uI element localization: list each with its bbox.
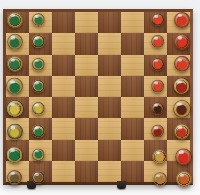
- piece-green-B[interactable]: ●: [7, 123, 23, 139]
- square-c8r2[interactable]: ●: [167, 33, 190, 54]
- chess-board: ●●●●●●●●●●●●●●●●●●●●●●●●●●●●●●●●: [3, 9, 193, 185]
- piece-red-P[interactable]: ●: [151, 35, 164, 48]
- square-c3r4[interactable]: [52, 76, 75, 97]
- square-c3r5[interactable]: [52, 97, 75, 118]
- piece-red-K[interactable]: ●: [173, 99, 191, 117]
- square-c5r2[interactable]: [98, 33, 121, 54]
- piece-green-P[interactable]: ●: [32, 79, 45, 92]
- square-c3r8[interactable]: [52, 161, 75, 182]
- square-c3r2[interactable]: [52, 33, 75, 54]
- square-c6r7[interactable]: [121, 140, 144, 161]
- square-c4r6[interactable]: [75, 118, 98, 139]
- piece-green-P[interactable]: ●: [32, 148, 45, 161]
- piece-green-K[interactable]: ●: [6, 99, 24, 117]
- square-c5r7[interactable]: [98, 140, 121, 161]
- square-c2r1[interactable]: ●: [29, 12, 52, 33]
- square-c1r3[interactable]: ●: [6, 55, 29, 76]
- piece-red-P[interactable]: ●: [151, 79, 164, 92]
- square-c1r7[interactable]: ●: [6, 140, 29, 161]
- square-c7r5[interactable]: ●: [144, 97, 167, 118]
- square-c7r2[interactable]: ●: [144, 33, 167, 54]
- square-c7r1[interactable]: ●: [144, 12, 167, 33]
- square-c8r5[interactable]: ●: [167, 97, 190, 118]
- square-c3r7[interactable]: [52, 140, 75, 161]
- piece-red-P[interactable]: ●: [151, 13, 164, 26]
- piece-red-P[interactable]: ●: [151, 102, 164, 115]
- square-c4r8[interactable]: [75, 161, 98, 182]
- piece-green-P[interactable]: ●: [32, 125, 45, 138]
- square-c7r7[interactable]: ●: [144, 140, 167, 161]
- square-c5r5[interactable]: [98, 97, 121, 118]
- square-c2r5[interactable]: ●: [29, 97, 52, 118]
- square-c5r4[interactable]: [98, 76, 121, 97]
- square-c6r4[interactable]: [121, 76, 144, 97]
- square-c1r2[interactable]: ●: [6, 33, 29, 54]
- piece-green-R[interactable]: ●: [7, 170, 22, 185]
- square-c7r6[interactable]: ●: [144, 118, 167, 139]
- piece-red-P[interactable]: ●: [152, 149, 167, 164]
- piece-red-N[interactable]: ●: [174, 34, 190, 50]
- square-c6r3[interactable]: [121, 55, 144, 76]
- square-c5r8[interactable]: [98, 161, 121, 182]
- square-c2r3[interactable]: ●: [29, 55, 52, 76]
- piece-red-P[interactable]: ●: [153, 172, 167, 186]
- square-c8r3[interactable]: ●: [167, 55, 190, 76]
- square-c4r2[interactable]: [75, 33, 98, 54]
- square-c5r3[interactable]: [98, 55, 121, 76]
- square-c4r1[interactable]: [75, 12, 98, 33]
- square-c1r4[interactable]: ●: [6, 76, 29, 97]
- piece-green-R[interactable]: ●: [7, 12, 23, 28]
- square-c7r8[interactable]: ●: [144, 161, 167, 182]
- square-c6r5[interactable]: [121, 97, 144, 118]
- piece-red-R[interactable]: ●: [174, 12, 190, 28]
- square-c6r1[interactable]: [121, 12, 144, 33]
- square-c4r7[interactable]: [75, 140, 98, 161]
- piece-green-Q[interactable]: ●: [6, 77, 23, 94]
- piece-red-B[interactable]: ●: [174, 56, 190, 72]
- square-c3r6[interactable]: [52, 118, 75, 139]
- piece-green-P[interactable]: ●: [32, 13, 45, 26]
- piece-red-R[interactable]: ●: [176, 171, 192, 187]
- square-c6r6[interactable]: [121, 118, 144, 139]
- square-c1r8[interactable]: ●: [6, 161, 29, 182]
- board-grid: ●●●●●●●●●●●●●●●●●●●●●●●●●●●●●●●●: [6, 12, 190, 182]
- square-c7r4[interactable]: ●: [144, 76, 167, 97]
- square-c2r4[interactable]: ●: [29, 76, 52, 97]
- square-c4r3[interactable]: [75, 55, 98, 76]
- square-c5r6[interactable]: [98, 118, 121, 139]
- square-c2r8[interactable]: ●: [29, 161, 52, 182]
- square-c8r1[interactable]: ●: [167, 12, 190, 33]
- piece-green-N[interactable]: ●: [6, 146, 23, 163]
- square-c2r6[interactable]: ●: [29, 118, 52, 139]
- square-c1r6[interactable]: ●: [6, 118, 29, 139]
- square-c3r3[interactable]: [52, 55, 75, 76]
- piece-green-P[interactable]: ●: [32, 35, 45, 48]
- piece-green-P[interactable]: ●: [32, 102, 45, 115]
- piece-red-P[interactable]: ●: [151, 125, 164, 138]
- square-c4r5[interactable]: [75, 97, 98, 118]
- piece-red-P[interactable]: ●: [151, 57, 164, 70]
- square-c6r2[interactable]: [121, 33, 144, 54]
- piece-red-Q[interactable]: ●: [173, 77, 190, 94]
- square-c8r6[interactable]: ●: [167, 118, 190, 139]
- square-c8r4[interactable]: ●: [167, 76, 190, 97]
- square-c4r4[interactable]: [75, 76, 98, 97]
- piece-green-P[interactable]: ●: [32, 171, 45, 184]
- board-latch-right: [117, 181, 126, 189]
- square-c2r2[interactable]: ●: [29, 33, 52, 54]
- square-c8r7[interactable]: ●: [167, 140, 190, 161]
- square-c2r7[interactable]: ●: [29, 140, 52, 161]
- square-c5r1[interactable]: [98, 12, 121, 33]
- square-c7r3[interactable]: ●: [144, 55, 167, 76]
- chess-photo: ●●●●●●●●●●●●●●●●●●●●●●●●●●●●●●●●: [0, 0, 200, 195]
- square-c1r1[interactable]: ●: [6, 12, 29, 33]
- piece-red-B[interactable]: ●: [174, 123, 190, 139]
- square-c1r5[interactable]: ●: [6, 97, 29, 118]
- piece-green-N[interactable]: ●: [7, 34, 23, 50]
- square-c6r8[interactable]: [121, 161, 144, 182]
- square-c3r1[interactable]: [52, 12, 75, 33]
- piece-green-B[interactable]: ●: [7, 56, 23, 72]
- piece-red-N[interactable]: ●: [175, 148, 192, 165]
- piece-green-P[interactable]: ●: [32, 57, 45, 70]
